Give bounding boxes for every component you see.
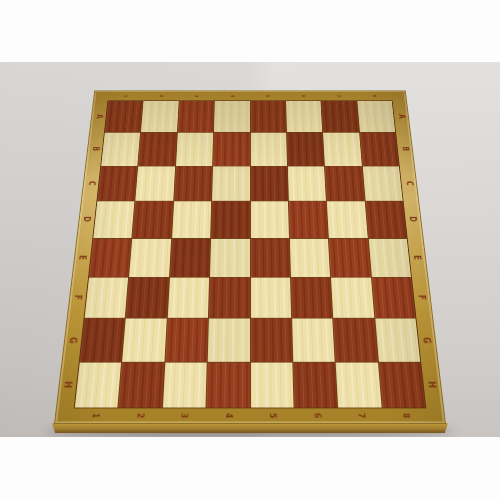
board-frame: ABCDEFGH ABCDEFGH 12345678 12345678 — [54, 90, 446, 424]
row-label-right-C: C — [404, 181, 413, 186]
square-H4 — [207, 362, 250, 407]
square-C1 — [97, 166, 137, 201]
square-F7 — [331, 277, 374, 317]
square-A2 — [141, 101, 178, 132]
square-E5 — [250, 238, 289, 276]
row-label-left-B: B — [91, 147, 100, 152]
square-C8 — [362, 166, 402, 201]
square-F5 — [250, 277, 291, 317]
row-label-left-G: G — [68, 337, 78, 343]
col-label-top-3: 3 — [194, 95, 199, 97]
square-F8 — [372, 277, 416, 317]
square-G3 — [165, 319, 208, 362]
row-label-left-D: D — [82, 217, 91, 223]
square-B2 — [138, 133, 176, 166]
square-F2 — [126, 277, 169, 317]
col-label-bottom-2: 2 — [135, 413, 144, 418]
square-E8 — [368, 238, 411, 276]
square-F1 — [85, 277, 129, 317]
row-label-left-E: E — [78, 255, 88, 260]
chessboard: ABCDEFGH ABCDEFGH 12345678 12345678 — [54, 90, 446, 424]
square-E2 — [129, 238, 171, 276]
col-label-top-6: 6 — [301, 95, 306, 97]
square-G4 — [208, 319, 250, 362]
white-matte-bottom — [0, 437, 500, 500]
col-label-bottom-4: 4 — [223, 413, 232, 418]
square-B5 — [250, 133, 286, 166]
row-label-right-B: B — [400, 147, 409, 152]
square-A1 — [105, 101, 143, 132]
square-A8 — [357, 101, 395, 132]
square-C4 — [212, 166, 249, 201]
square-A4 — [214, 101, 250, 132]
square-B1 — [101, 133, 140, 166]
board-grid — [74, 100, 427, 408]
square-F4 — [209, 277, 250, 317]
square-D3 — [172, 201, 211, 237]
square-C2 — [136, 166, 175, 201]
square-E7 — [329, 238, 371, 276]
square-D8 — [365, 201, 406, 237]
square-G7 — [333, 319, 377, 362]
square-B6 — [287, 133, 324, 166]
col-label-bottom-1: 1 — [90, 413, 99, 418]
square-A5 — [250, 101, 286, 132]
square-H5 — [250, 362, 293, 407]
square-G8 — [375, 319, 420, 362]
square-D7 — [327, 201, 367, 237]
square-D1 — [93, 201, 134, 237]
column-number-labels-bottom: 12345678 — [72, 408, 428, 423]
square-H6 — [293, 362, 337, 407]
col-label-bottom-6: 6 — [312, 413, 321, 418]
row-label-right-G: G — [422, 337, 432, 343]
square-D4 — [211, 201, 249, 237]
row-label-left-A: A — [95, 114, 104, 118]
square-G1 — [80, 319, 125, 362]
square-H8 — [379, 362, 426, 407]
square-C7 — [325, 166, 364, 201]
row-label-right-D: D — [408, 217, 417, 223]
square-C3 — [174, 166, 212, 201]
col-label-bottom-5: 5 — [268, 413, 277, 418]
square-H2 — [119, 362, 164, 407]
product-photo: ABCDEFGH ABCDEFGH 12345678 12345678 — [0, 62, 500, 437]
col-label-bottom-8: 8 — [400, 413, 409, 418]
square-H7 — [336, 362, 381, 407]
col-label-top-8: 8 — [372, 95, 377, 97]
square-D6 — [289, 201, 328, 237]
row-label-left-F: F — [73, 295, 83, 300]
square-F6 — [291, 277, 333, 317]
square-E6 — [290, 238, 331, 276]
row-label-right-F: F — [417, 295, 427, 300]
board-side-edge — [52, 423, 448, 433]
white-matte-top — [0, 0, 500, 62]
square-H1 — [75, 362, 122, 407]
square-E3 — [170, 238, 211, 276]
square-C5 — [250, 166, 287, 201]
col-label-top-7: 7 — [336, 95, 341, 97]
square-G5 — [250, 319, 292, 362]
square-D2 — [133, 201, 173, 237]
col-label-top-2: 2 — [159, 95, 164, 97]
square-E1 — [89, 238, 132, 276]
square-G2 — [122, 319, 166, 362]
col-label-top-1: 1 — [123, 95, 128, 97]
row-label-left-C: C — [87, 181, 96, 186]
square-C6 — [288, 166, 326, 201]
row-label-right-A: A — [397, 114, 406, 118]
square-D5 — [250, 201, 288, 237]
col-label-bottom-7: 7 — [356, 413, 365, 418]
square-A6 — [286, 101, 322, 132]
col-label-bottom-3: 3 — [179, 413, 188, 418]
square-F3 — [168, 277, 210, 317]
square-E4 — [210, 238, 249, 276]
square-B8 — [360, 133, 399, 166]
square-B4 — [213, 133, 249, 166]
square-B3 — [176, 133, 213, 166]
col-label-top-4: 4 — [230, 95, 235, 97]
square-A3 — [178, 101, 214, 132]
square-B7 — [323, 133, 361, 166]
square-H3 — [163, 362, 207, 407]
row-label-left-H: H — [63, 381, 74, 388]
row-label-right-H: H — [427, 381, 438, 388]
square-A7 — [321, 101, 358, 132]
col-label-top-5: 5 — [265, 95, 270, 97]
square-G6 — [292, 319, 335, 362]
row-label-right-E: E — [413, 255, 423, 260]
column-number-labels-top: 12345678 — [107, 91, 392, 100]
